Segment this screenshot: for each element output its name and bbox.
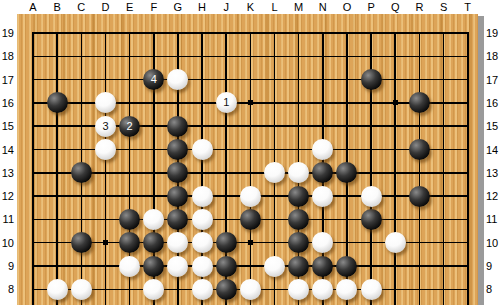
row-label-left-10: 10: [0, 237, 14, 249]
row-label-right-10: 10: [486, 237, 500, 249]
stone-black-B16[interactable]: [47, 92, 68, 113]
stone-black-J10[interactable]: [216, 232, 237, 253]
move-number-label: 3: [102, 121, 108, 132]
stone-white-H10[interactable]: [192, 232, 213, 253]
stone-white-F11[interactable]: [143, 209, 164, 230]
go-game-window: 4213 ABCDEFGHJKLMNOPQRST 191817161514131…: [0, 0, 500, 305]
stone-black-J9[interactable]: [216, 256, 237, 277]
col-label-T: T: [456, 1, 480, 13]
stone-black-P17[interactable]: [361, 69, 382, 90]
row-label-right-17: 17: [486, 74, 500, 86]
row-label-left-15: 15: [0, 120, 14, 132]
stone-black-R14[interactable]: [409, 139, 430, 160]
grid-line-row-17: [32, 79, 469, 81]
grid-line-col-A: [32, 32, 34, 305]
col-label-A: A: [21, 1, 45, 13]
stone-black-E11[interactable]: [119, 209, 140, 230]
row-label-right-16: 16: [486, 97, 500, 109]
row-label-right-14: 14: [486, 144, 500, 156]
col-label-C: C: [69, 1, 93, 13]
row-label-right-15: 15: [486, 120, 500, 132]
move-number-label: 1: [223, 97, 229, 108]
stone-white-P12[interactable]: [361, 186, 382, 207]
grid-line-col-T: [467, 32, 469, 305]
row-label-right-19: 19: [486, 27, 500, 39]
star-point-Q16: [393, 100, 398, 105]
row-label-left-18: 18: [0, 50, 14, 62]
grid-line-col-Q: [394, 32, 396, 305]
stone-black-C10[interactable]: [71, 232, 92, 253]
col-label-K: K: [238, 1, 262, 13]
col-label-G: G: [166, 1, 190, 13]
stone-black-M12[interactable]: [288, 186, 309, 207]
stone-black-R12[interactable]: [409, 186, 430, 207]
row-label-right-13: 13: [486, 167, 500, 179]
col-label-D: D: [93, 1, 117, 13]
star-point-K16: [248, 100, 253, 105]
col-label-E: E: [118, 1, 142, 13]
stone-black-M11[interactable]: [288, 209, 309, 230]
stone-white-B8[interactable]: [47, 279, 68, 300]
stone-black-P11[interactable]: [361, 209, 382, 230]
grid-line-col-K: [250, 32, 252, 305]
col-label-P: P: [359, 1, 383, 13]
stone-white-H12[interactable]: [192, 186, 213, 207]
move-number-label: 2: [127, 121, 133, 132]
stone-black-J8[interactable]: [216, 279, 237, 300]
grid-line-col-R: [419, 32, 421, 305]
stone-white-K8[interactable]: [240, 279, 261, 300]
col-label-S: S: [432, 1, 456, 13]
stone-white-D14[interactable]: [95, 139, 116, 160]
grid-line-col-D: [105, 32, 107, 305]
col-label-R: R: [407, 1, 431, 13]
stone-white-H9[interactable]: [192, 256, 213, 277]
row-label-left-19: 19: [0, 27, 14, 39]
row-label-right-12: 12: [486, 190, 500, 202]
stone-white-H14[interactable]: [192, 139, 213, 160]
row-label-right-11: 11: [486, 213, 500, 225]
row-label-left-8: 8: [0, 283, 14, 295]
stone-white-P8[interactable]: [361, 279, 382, 300]
row-label-left-17: 17: [0, 74, 14, 86]
grid-line-row-13: [32, 172, 469, 174]
stone-white-G9[interactable]: [167, 256, 188, 277]
row-label-left-9: 9: [0, 260, 14, 272]
grid-line-row-9: [32, 265, 469, 267]
stone-white-N12[interactable]: [312, 186, 333, 207]
stone-white-N8[interactable]: [312, 279, 333, 300]
stone-white-E9[interactable]: [119, 256, 140, 277]
row-label-right-8: 8: [486, 283, 500, 295]
stone-black-M9[interactable]: [288, 256, 309, 277]
stone-black-G12[interactable]: [167, 186, 188, 207]
stone-white-D15[interactable]: 3: [95, 116, 116, 137]
stone-white-J16[interactable]: 1: [216, 92, 237, 113]
stone-white-L9[interactable]: [264, 256, 285, 277]
stone-white-H11[interactable]: [192, 209, 213, 230]
stone-black-O9[interactable]: [336, 256, 357, 277]
go-board[interactable]: [17, 14, 478, 305]
stone-white-M8[interactable]: [288, 279, 309, 300]
col-label-O: O: [335, 1, 359, 13]
row-label-left-16: 16: [0, 97, 14, 109]
stone-black-G15[interactable]: [167, 116, 188, 137]
col-label-L: L: [263, 1, 287, 13]
stone-black-F9[interactable]: [143, 256, 164, 277]
row-label-right-9: 9: [486, 260, 500, 272]
star-point-D10: [103, 240, 108, 245]
col-label-Q: Q: [383, 1, 407, 13]
grid-line-col-B: [56, 32, 58, 305]
stone-black-K11[interactable]: [240, 209, 261, 230]
grid-line-row-18: [32, 56, 469, 58]
star-point-K10: [248, 240, 253, 245]
row-label-left-13: 13: [0, 167, 14, 179]
stone-black-E15[interactable]: 2: [119, 116, 140, 137]
stone-white-F8[interactable]: [143, 279, 164, 300]
stone-black-C13[interactable]: [71, 162, 92, 183]
col-label-B: B: [45, 1, 69, 13]
stone-white-C8[interactable]: [71, 279, 92, 300]
stone-white-K12[interactable]: [240, 186, 261, 207]
grid-line-col-S: [443, 32, 445, 305]
stone-white-H8[interactable]: [192, 279, 213, 300]
stone-white-Q10[interactable]: [385, 232, 406, 253]
board-edge-bar: [478, 16, 484, 305]
grid-line-row-19: [32, 32, 469, 34]
row-label-left-12: 12: [0, 190, 14, 202]
row-label-right-18: 18: [486, 50, 500, 62]
col-label-H: H: [190, 1, 214, 13]
stone-black-N9[interactable]: [312, 256, 333, 277]
row-label-left-11: 11: [0, 213, 14, 225]
col-label-M: M: [287, 1, 311, 13]
move-number-label: 4: [151, 74, 157, 85]
col-label-N: N: [311, 1, 335, 13]
row-label-left-14: 14: [0, 144, 14, 156]
col-label-J: J: [214, 1, 238, 13]
col-label-F: F: [142, 1, 166, 13]
